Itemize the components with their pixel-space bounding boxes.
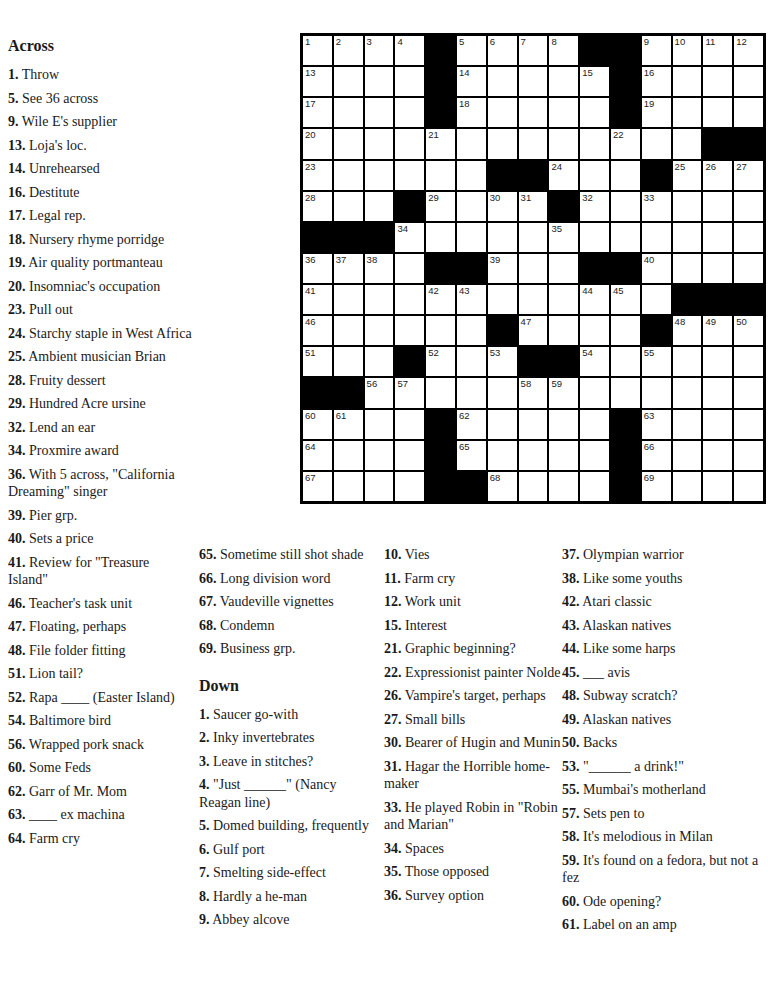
cell-r9c3[interactable] bbox=[365, 285, 394, 314]
cell-r13c15[interactable] bbox=[734, 410, 763, 439]
cell-r13c6[interactable]: 62 bbox=[457, 410, 486, 439]
cell-r10c14[interactable]: 49 bbox=[703, 316, 732, 345]
clue-number-1: 1 bbox=[305, 36, 310, 47]
clue-across-60: 60. Some Feds bbox=[8, 759, 192, 777]
cell-r8c12[interactable]: 40 bbox=[642, 254, 671, 283]
clue-number-19: 19 bbox=[644, 98, 655, 109]
clue-across-14: 14. Unrehearsed bbox=[8, 160, 192, 178]
cell-r11c1[interactable]: 51 bbox=[303, 347, 332, 376]
cell-r4c5[interactable]: 21 bbox=[426, 129, 455, 158]
cell-r6c2[interactable] bbox=[334, 192, 363, 221]
clue-across-25: 25. Ambient musician Brian bbox=[8, 348, 192, 366]
cell-r11c11[interactable] bbox=[611, 347, 640, 376]
block-cell-r8c11 bbox=[611, 254, 640, 283]
cell-r9c8[interactable] bbox=[519, 285, 548, 314]
cell-r4c10[interactable] bbox=[580, 129, 609, 158]
crossword-grid: 1234567891011121314151617181920212223242… bbox=[300, 33, 766, 504]
cell-r11c6[interactable] bbox=[457, 347, 486, 376]
cell-r4c1[interactable]: 20 bbox=[303, 129, 332, 158]
clue-down-1: 1. Saucer go-with bbox=[199, 706, 371, 724]
clue-number-23: 23 bbox=[305, 161, 316, 172]
cell-r2c6[interactable]: 14 bbox=[457, 67, 486, 96]
cell-r4c4[interactable] bbox=[395, 129, 424, 158]
clue-down-55: 55. Mumbai's motherland bbox=[562, 781, 766, 799]
cell-r12c13[interactable] bbox=[673, 378, 702, 407]
block-cell-r11c9 bbox=[549, 347, 578, 376]
clue-down-53: 53. "______ a drink!" bbox=[562, 758, 766, 776]
clue-down-38: 38. Like some youths bbox=[562, 570, 766, 588]
clue-number-9: 9 bbox=[644, 36, 649, 47]
cell-r5c6[interactable] bbox=[457, 161, 486, 190]
cell-r15c14[interactable] bbox=[703, 472, 732, 501]
clue-number-11: 11 bbox=[705, 36, 715, 47]
cell-r5c9[interactable]: 24 bbox=[549, 161, 578, 190]
cell-r8c9[interactable] bbox=[549, 254, 578, 283]
cell-r2c4[interactable] bbox=[395, 67, 424, 96]
cell-r10c2[interactable] bbox=[334, 316, 363, 345]
clue-number-53: 53 bbox=[490, 347, 501, 358]
clue-across-29: 29. Hundred Acre ursine bbox=[8, 395, 192, 413]
cell-r14c3[interactable] bbox=[365, 441, 394, 470]
cell-r8c7[interactable]: 39 bbox=[488, 254, 517, 283]
clue-down-26: 26. Vampire's target, perhaps bbox=[384, 687, 562, 705]
cell-r7c9[interactable]: 35 bbox=[549, 223, 578, 252]
cell-r14c4[interactable] bbox=[395, 441, 424, 470]
cell-r12c14[interactable] bbox=[703, 378, 732, 407]
cell-r1c12[interactable]: 9 bbox=[642, 36, 671, 65]
block-cell-r13c5 bbox=[426, 410, 455, 439]
cell-r6c10[interactable]: 32 bbox=[580, 192, 609, 221]
cell-r4c3[interactable] bbox=[365, 129, 394, 158]
clue-number-41: 41 bbox=[305, 285, 316, 296]
block-cell-r12c2 bbox=[334, 378, 363, 407]
cell-r11c15[interactable] bbox=[734, 347, 763, 376]
cell-r7c15[interactable] bbox=[734, 223, 763, 252]
clue-down-9: 9. Abbey alcove bbox=[199, 911, 371, 929]
cell-r15c3[interactable] bbox=[365, 472, 394, 501]
clue-down-7: 7. Smelting side-effect bbox=[199, 864, 371, 882]
cell-r12c3[interactable]: 56 bbox=[365, 378, 394, 407]
cell-r13c13[interactable] bbox=[673, 410, 702, 439]
block-cell-r3c11 bbox=[611, 98, 640, 127]
cell-r10c4[interactable] bbox=[395, 316, 424, 345]
clue-across-67: 67. Vaudeville vignettes bbox=[199, 593, 371, 611]
cell-r10c11[interactable] bbox=[611, 316, 640, 345]
cell-r15c12[interactable]: 69 bbox=[642, 472, 671, 501]
clue-across-13: 13. Loja's loc. bbox=[8, 137, 192, 155]
cell-r6c3[interactable] bbox=[365, 192, 394, 221]
cell-r5c11[interactable] bbox=[611, 161, 640, 190]
cell-r1c6[interactable]: 5 bbox=[457, 36, 486, 65]
cell-r8c8[interactable] bbox=[519, 254, 548, 283]
cell-r9c7[interactable] bbox=[488, 285, 517, 314]
clue-across-62: 62. Garr of Mr. Mom bbox=[8, 783, 192, 801]
clue-number-10: 10 bbox=[675, 36, 686, 47]
cell-r13c4[interactable] bbox=[395, 410, 424, 439]
clue-number-31: 31 bbox=[521, 192, 532, 203]
clue-number-25: 25 bbox=[675, 161, 686, 172]
clue-across-1: 1. Throw bbox=[8, 66, 192, 84]
clue-number-4: 4 bbox=[397, 36, 402, 47]
clue-across-28: 28. Fruity dessert bbox=[8, 372, 192, 390]
clue-number-8: 8 bbox=[551, 36, 556, 47]
cell-r5c13[interactable]: 25 bbox=[673, 161, 702, 190]
cell-r13c14[interactable] bbox=[703, 410, 732, 439]
cell-r2c3[interactable] bbox=[365, 67, 394, 96]
cell-r14c14[interactable] bbox=[703, 441, 732, 470]
cell-r7c8[interactable] bbox=[519, 223, 548, 252]
clue-down-59: 59. It's found on a fedora, but not a fe… bbox=[562, 852, 766, 887]
clue-across-19: 19. Air quality portmanteau bbox=[8, 254, 192, 272]
cell-r14c2[interactable] bbox=[334, 441, 363, 470]
cell-r8c14[interactable] bbox=[703, 254, 732, 283]
cell-r1c13[interactable]: 10 bbox=[673, 36, 702, 65]
block-cell-r7c2 bbox=[334, 223, 363, 252]
cell-r15c7[interactable]: 68 bbox=[488, 472, 517, 501]
block-cell-r9c15 bbox=[734, 285, 763, 314]
cell-r10c5[interactable] bbox=[426, 316, 455, 345]
block-cell-r5c8 bbox=[519, 161, 548, 190]
clue-across-69: 69. Business grp. bbox=[199, 640, 371, 658]
cell-r7c13[interactable] bbox=[673, 223, 702, 252]
across-clues-1-64: 1. Throw5. See 36 across9. Wile E's supp… bbox=[8, 66, 192, 847]
cell-r4c6[interactable] bbox=[457, 129, 486, 158]
clue-across-16: 16. Destitute bbox=[8, 184, 192, 202]
cell-r9c1[interactable]: 41 bbox=[303, 285, 332, 314]
cell-r11c12[interactable]: 55 bbox=[642, 347, 671, 376]
clue-across-54: 54. Baltimore bird bbox=[8, 712, 192, 730]
cell-r5c10[interactable] bbox=[580, 161, 609, 190]
cell-r13c2[interactable]: 61 bbox=[334, 410, 363, 439]
clue-down-15: 15. Interest bbox=[384, 617, 562, 635]
cell-r5c5[interactable] bbox=[426, 161, 455, 190]
cell-r10c10[interactable] bbox=[580, 316, 609, 345]
clue-across-56: 56. Wrapped pork snack bbox=[8, 736, 192, 754]
cell-r14c9[interactable] bbox=[549, 441, 578, 470]
cell-r8c4[interactable] bbox=[395, 254, 424, 283]
cell-r9c6[interactable]: 43 bbox=[457, 285, 486, 314]
cell-r10c6[interactable] bbox=[457, 316, 486, 345]
cell-r6c5[interactable]: 29 bbox=[426, 192, 455, 221]
clue-number-7: 7 bbox=[521, 36, 526, 47]
cell-r3c9[interactable] bbox=[549, 98, 578, 127]
cell-r14c7[interactable] bbox=[488, 441, 517, 470]
cell-r13c3[interactable] bbox=[365, 410, 394, 439]
clue-across-41: 41. Review for "Treasure Island" bbox=[8, 554, 192, 589]
block-cell-r10c7 bbox=[488, 316, 517, 345]
cell-r15c15[interactable] bbox=[734, 472, 763, 501]
clues-column-4: 37. Olympian warrior38. Like some youths… bbox=[562, 546, 766, 940]
cell-r12c7[interactable] bbox=[488, 378, 517, 407]
cell-r7c10[interactable] bbox=[580, 223, 609, 252]
cell-r1c8[interactable]: 7 bbox=[519, 36, 548, 65]
clue-number-22: 22 bbox=[613, 129, 624, 140]
cell-r4c2[interactable] bbox=[334, 129, 363, 158]
cell-r3c1[interactable]: 17 bbox=[303, 98, 332, 127]
clue-number-28: 28 bbox=[305, 192, 316, 203]
cell-r14c13[interactable] bbox=[673, 441, 702, 470]
clue-down-30: 30. Bearer of Hugin and Munin bbox=[384, 734, 562, 752]
cell-r14c1[interactable]: 64 bbox=[303, 441, 332, 470]
cell-r15c8[interactable] bbox=[519, 472, 548, 501]
cell-r12c12[interactable] bbox=[642, 378, 671, 407]
clue-number-64: 64 bbox=[305, 441, 316, 452]
block-cell-r7c3 bbox=[365, 223, 394, 252]
cell-r9c9[interactable] bbox=[549, 285, 578, 314]
block-cell-r1c5 bbox=[426, 36, 455, 65]
clue-down-34: 34. Spaces bbox=[384, 840, 562, 858]
cell-r12c4[interactable]: 57 bbox=[395, 378, 424, 407]
cell-r12c8[interactable]: 58 bbox=[519, 378, 548, 407]
block-cell-r14c11 bbox=[611, 441, 640, 470]
cell-r13c9[interactable] bbox=[549, 410, 578, 439]
cell-r15c4[interactable] bbox=[395, 472, 424, 501]
cell-r6c1[interactable]: 28 bbox=[303, 192, 332, 221]
cell-r9c2[interactable] bbox=[334, 285, 363, 314]
cell-r5c14[interactable]: 26 bbox=[703, 161, 732, 190]
clue-number-20: 20 bbox=[305, 129, 316, 140]
clue-down-37: 37. Olympian warrior bbox=[562, 546, 766, 564]
cell-r3c4[interactable] bbox=[395, 98, 424, 127]
cell-r6c7[interactable]: 30 bbox=[488, 192, 517, 221]
block-cell-r2c11 bbox=[611, 67, 640, 96]
clue-across-34: 34. Proxmire award bbox=[8, 442, 192, 460]
cell-r9c11[interactable]: 45 bbox=[611, 285, 640, 314]
cell-r13c7[interactable] bbox=[488, 410, 517, 439]
cell-r2c9[interactable] bbox=[549, 67, 578, 96]
clue-across-39: 39. Pier grp. bbox=[8, 507, 192, 525]
clue-across-47: 47. Floating, perhaps bbox=[8, 618, 192, 636]
cell-r7c7[interactable] bbox=[488, 223, 517, 252]
cell-r1c9[interactable]: 8 bbox=[549, 36, 578, 65]
down-clues-1-9: 1. Saucer go-with2. Inky invertebrates3.… bbox=[199, 706, 371, 929]
cell-r3c2[interactable] bbox=[334, 98, 363, 127]
cell-r5c15[interactable]: 27 bbox=[734, 161, 763, 190]
block-cell-r8c6 bbox=[457, 254, 486, 283]
cell-r10c8[interactable]: 47 bbox=[519, 316, 548, 345]
cell-r5c3[interactable] bbox=[365, 161, 394, 190]
cell-r14c6[interactable]: 65 bbox=[457, 441, 486, 470]
cell-r13c8[interactable] bbox=[519, 410, 548, 439]
clue-down-10: 10. Vies bbox=[384, 546, 562, 564]
block-cell-r2c5 bbox=[426, 67, 455, 96]
block-cell-r15c11 bbox=[611, 472, 640, 501]
block-cell-r8c10 bbox=[580, 254, 609, 283]
down-clues-10-36: 10. Vies11. Farm cry12. Work unit15. Int… bbox=[384, 546, 562, 904]
clue-down-6: 6. Gulf port bbox=[199, 841, 371, 859]
cell-r4c13[interactable] bbox=[673, 129, 702, 158]
cell-r6c15[interactable] bbox=[734, 192, 763, 221]
cell-r3c3[interactable] bbox=[365, 98, 394, 127]
cell-r12c10[interactable] bbox=[580, 378, 609, 407]
clue-number-52: 52 bbox=[428, 347, 439, 358]
clue-across-51: 51. Lion tail? bbox=[8, 665, 192, 683]
cell-r11c3[interactable] bbox=[365, 347, 394, 376]
cell-r14c8[interactable] bbox=[519, 441, 548, 470]
cell-r12c11[interactable] bbox=[611, 378, 640, 407]
clue-across-68: 68. Condemn bbox=[199, 617, 371, 635]
cell-r3c10[interactable] bbox=[580, 98, 609, 127]
clue-number-38: 38 bbox=[367, 254, 378, 265]
cell-r13c12[interactable]: 63 bbox=[642, 410, 671, 439]
cell-r6c13[interactable] bbox=[673, 192, 702, 221]
cell-r1c1[interactable]: 1 bbox=[303, 36, 332, 65]
cell-r4c12[interactable] bbox=[642, 129, 671, 158]
cell-r8c2[interactable]: 37 bbox=[334, 254, 363, 283]
cell-r7c4[interactable]: 34 bbox=[395, 223, 424, 252]
across-header: Across bbox=[8, 36, 192, 56]
clue-across-36: 36. With 5 across, "California Dreaming"… bbox=[8, 466, 192, 501]
block-cell-r5c12 bbox=[642, 161, 671, 190]
block-cell-r5c7 bbox=[488, 161, 517, 190]
cell-r3c7[interactable] bbox=[488, 98, 517, 127]
cell-r12c6[interactable] bbox=[457, 378, 486, 407]
cell-r7c5[interactable] bbox=[426, 223, 455, 252]
clue-number-2: 2 bbox=[336, 36, 341, 47]
clues-column-3: 10. Vies11. Farm cry12. Work unit15. Int… bbox=[384, 546, 562, 910]
cell-r4c7[interactable] bbox=[488, 129, 517, 158]
clue-down-48: 48. Subway scratch? bbox=[562, 687, 766, 705]
block-cell-r6c9 bbox=[549, 192, 578, 221]
cell-r6c11[interactable] bbox=[611, 192, 640, 221]
cell-r9c12[interactable] bbox=[642, 285, 671, 314]
cell-r8c15[interactable] bbox=[734, 254, 763, 283]
cell-r4c9[interactable] bbox=[549, 129, 578, 158]
cell-r10c9[interactable] bbox=[549, 316, 578, 345]
cell-r15c1[interactable]: 67 bbox=[303, 472, 332, 501]
cell-r10c13[interactable]: 48 bbox=[673, 316, 702, 345]
cell-r7c6[interactable] bbox=[457, 223, 486, 252]
clue-down-12: 12. Work unit bbox=[384, 593, 562, 611]
clue-number-16: 16 bbox=[644, 67, 655, 78]
cell-r1c7[interactable]: 6 bbox=[488, 36, 517, 65]
clue-number-29: 29 bbox=[428, 192, 439, 203]
block-cell-r1c10 bbox=[580, 36, 609, 65]
clue-down-2: 2. Inky invertebrates bbox=[199, 729, 371, 747]
cell-r2c7[interactable] bbox=[488, 67, 517, 96]
cell-r3c8[interactable] bbox=[519, 98, 548, 127]
cell-r3c14[interactable] bbox=[703, 98, 732, 127]
cell-r5c2[interactable] bbox=[334, 161, 363, 190]
cell-r8c3[interactable]: 38 bbox=[365, 254, 394, 283]
cell-r14c10[interactable] bbox=[580, 441, 609, 470]
cell-r7c11[interactable] bbox=[611, 223, 640, 252]
clue-number-39: 39 bbox=[490, 254, 501, 265]
cell-r7c12[interactable] bbox=[642, 223, 671, 252]
clue-across-40: 40. Sets a price bbox=[8, 530, 192, 548]
cell-r4c8[interactable] bbox=[519, 129, 548, 158]
cell-r1c14[interactable]: 11 bbox=[703, 36, 732, 65]
cell-r15c13[interactable] bbox=[673, 472, 702, 501]
cell-r6c12[interactable]: 33 bbox=[642, 192, 671, 221]
cell-r12c9[interactable]: 59 bbox=[549, 378, 578, 407]
cell-r3c15[interactable] bbox=[734, 98, 763, 127]
cell-r2c1[interactable]: 13 bbox=[303, 67, 332, 96]
cell-r15c9[interactable] bbox=[549, 472, 578, 501]
cell-r11c7[interactable]: 53 bbox=[488, 347, 517, 376]
cell-r15c2[interactable] bbox=[334, 472, 363, 501]
clue-number-27: 27 bbox=[736, 161, 747, 172]
cell-r1c2[interactable]: 2 bbox=[334, 36, 363, 65]
block-cell-r13c11 bbox=[611, 410, 640, 439]
cell-r3c6[interactable]: 18 bbox=[457, 98, 486, 127]
cell-r11c2[interactable] bbox=[334, 347, 363, 376]
cell-r13c1[interactable]: 60 bbox=[303, 410, 332, 439]
cell-r2c14[interactable] bbox=[703, 67, 732, 96]
clue-number-26: 26 bbox=[705, 161, 716, 172]
cell-r6c14[interactable] bbox=[703, 192, 732, 221]
block-cell-r15c5 bbox=[426, 472, 455, 501]
cell-r12c5[interactable] bbox=[426, 378, 455, 407]
block-cell-r8c5 bbox=[426, 254, 455, 283]
clue-down-4: 4. "Just ______" (Nancy Reagan line) bbox=[199, 776, 371, 811]
cell-r2c10[interactable]: 15 bbox=[580, 67, 609, 96]
clue-number-33: 33 bbox=[644, 192, 655, 203]
clue-across-66: 66. Long division word bbox=[199, 570, 371, 588]
cell-r3c12[interactable]: 19 bbox=[642, 98, 671, 127]
cell-r14c15[interactable] bbox=[734, 441, 763, 470]
block-cell-r11c4 bbox=[395, 347, 424, 376]
cell-r10c3[interactable] bbox=[365, 316, 394, 345]
cell-r10c15[interactable]: 50 bbox=[734, 316, 763, 345]
clue-down-22: 22. Expressionist painter Nolde bbox=[384, 664, 562, 682]
cell-r11c10[interactable]: 54 bbox=[580, 347, 609, 376]
cell-r6c6[interactable] bbox=[457, 192, 486, 221]
cell-r10c1[interactable]: 46 bbox=[303, 316, 332, 345]
cell-r1c3[interactable]: 3 bbox=[365, 36, 394, 65]
cell-r5c4[interactable] bbox=[395, 161, 424, 190]
clue-number-47: 47 bbox=[521, 316, 532, 327]
clue-number-6: 6 bbox=[490, 36, 495, 47]
block-cell-r4c14 bbox=[703, 129, 732, 158]
cell-r2c13[interactable] bbox=[673, 67, 702, 96]
cell-r11c13[interactable] bbox=[673, 347, 702, 376]
cell-r7c14[interactable] bbox=[703, 223, 732, 252]
cell-r11c5[interactable]: 52 bbox=[426, 347, 455, 376]
clue-number-21: 21 bbox=[428, 129, 439, 140]
cell-r2c8[interactable] bbox=[519, 67, 548, 96]
cell-r8c13[interactable] bbox=[673, 254, 702, 283]
cell-r2c2[interactable] bbox=[334, 67, 363, 96]
cell-r11c14[interactable] bbox=[703, 347, 732, 376]
cell-r4c11[interactable]: 22 bbox=[611, 129, 640, 158]
clue-across-32: 32. Lend an ear bbox=[8, 419, 192, 437]
cell-r2c12[interactable]: 16 bbox=[642, 67, 671, 96]
cell-r15c10[interactable] bbox=[580, 472, 609, 501]
clue-number-50: 50 bbox=[736, 316, 747, 327]
clue-number-60: 60 bbox=[305, 410, 316, 421]
clue-across-63: 63. ____ ex machina bbox=[8, 806, 192, 824]
cell-r5c1[interactable]: 23 bbox=[303, 161, 332, 190]
cell-r9c5[interactable]: 42 bbox=[426, 285, 455, 314]
cell-r9c4[interactable] bbox=[395, 285, 424, 314]
cell-r14c12[interactable]: 66 bbox=[642, 441, 671, 470]
cell-r13c10[interactable] bbox=[580, 410, 609, 439]
cell-r3c13[interactable] bbox=[673, 98, 702, 127]
cell-r8c1[interactable]: 36 bbox=[303, 254, 332, 283]
cell-r6c8[interactable]: 31 bbox=[519, 192, 548, 221]
clue-across-17: 17. Legal rep. bbox=[8, 207, 192, 225]
across-clues-65-69: 65. Sometime still shot shade66. Long di… bbox=[199, 546, 371, 658]
clue-number-57: 57 bbox=[397, 378, 408, 389]
cell-r1c15[interactable]: 12 bbox=[734, 36, 763, 65]
clue-number-32: 32 bbox=[582, 192, 593, 203]
cell-r12c15[interactable] bbox=[734, 378, 763, 407]
cell-r1c4[interactable]: 4 bbox=[395, 36, 424, 65]
clue-number-15: 15 bbox=[582, 67, 593, 78]
cell-r2c15[interactable] bbox=[734, 67, 763, 96]
cell-r9c10[interactable]: 44 bbox=[580, 285, 609, 314]
